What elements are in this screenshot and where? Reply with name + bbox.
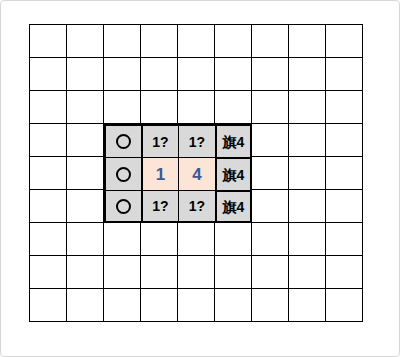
cell-value: 旗4 xyxy=(223,135,245,149)
cell-r1c9[interactable] xyxy=(326,25,363,58)
cell-r7c4[interactable] xyxy=(141,223,178,256)
cell-r5c7[interactable] xyxy=(252,157,289,190)
cell-r1c4[interactable] xyxy=(141,25,178,58)
cell-r9c9[interactable] xyxy=(326,289,363,322)
cell-r5c9[interactable] xyxy=(326,157,363,190)
cell-r6c1[interactable] xyxy=(30,190,67,223)
cell-r1c7[interactable] xyxy=(252,25,289,58)
cell-r8c1[interactable] xyxy=(30,256,67,289)
cell-r1c5[interactable] xyxy=(178,25,215,58)
cell-r4c2[interactable] xyxy=(67,124,104,157)
cell-r1c8[interactable] xyxy=(289,25,326,58)
circle-mark-icon xyxy=(116,199,131,214)
cell-r6c7[interactable] xyxy=(252,190,289,223)
cell-r9c3[interactable] xyxy=(104,289,141,322)
cell-r8c9[interactable] xyxy=(326,256,363,289)
cell-r4c9[interactable] xyxy=(326,124,363,157)
cell-value: 1? xyxy=(189,199,205,213)
cell-value: 1? xyxy=(189,135,205,149)
cell-value: 1? xyxy=(152,135,168,149)
cell-r3c9[interactable] xyxy=(326,91,363,124)
cell-value: 4 xyxy=(192,166,201,183)
candidate-cell[interactable]: 1? xyxy=(178,190,215,223)
candidate-cell[interactable]: 1? xyxy=(141,190,178,223)
cell-value: 1 xyxy=(156,166,165,183)
number-cell[interactable]: 4 xyxy=(178,157,215,190)
cell-r7c2[interactable] xyxy=(67,223,104,256)
cell-r1c2[interactable] xyxy=(67,25,104,58)
circle-cell[interactable] xyxy=(104,124,141,157)
cell-r3c4[interactable] xyxy=(141,91,178,124)
cell-r6c8[interactable] xyxy=(289,190,326,223)
cell-r2c8[interactable] xyxy=(289,58,326,91)
circle-cell[interactable] xyxy=(104,190,141,223)
circle-mark-icon xyxy=(116,134,131,149)
cell-r2c1[interactable] xyxy=(30,58,67,91)
cell-r2c3[interactable] xyxy=(104,58,141,91)
cell-r8c5[interactable] xyxy=(178,256,215,289)
candidate-cell[interactable]: 1? xyxy=(141,124,178,157)
cell-r6c2[interactable] xyxy=(67,190,104,223)
cell-r7c3[interactable] xyxy=(104,223,141,256)
cell-r4c8[interactable] xyxy=(289,124,326,157)
cell-r7c7[interactable] xyxy=(252,223,289,256)
circle-mark-icon xyxy=(116,167,131,182)
cell-r6c9[interactable] xyxy=(326,190,363,223)
cell-r7c6[interactable] xyxy=(215,223,252,256)
cell-r1c3[interactable] xyxy=(104,25,141,58)
cell-r9c8[interactable] xyxy=(289,289,326,322)
cell-r7c9[interactable] xyxy=(326,223,363,256)
cell-r1c6[interactable] xyxy=(215,25,252,58)
cell-r3c7[interactable] xyxy=(252,91,289,124)
cell-r3c8[interactable] xyxy=(289,91,326,124)
cell-r5c2[interactable] xyxy=(67,157,104,190)
cell-r8c8[interactable] xyxy=(289,256,326,289)
cell-r8c7[interactable] xyxy=(252,256,289,289)
cell-r1c1[interactable] xyxy=(30,25,67,58)
cell-r3c3[interactable] xyxy=(104,91,141,124)
cell-r3c1[interactable] xyxy=(30,91,67,124)
highlight-block: 1?1?旗414旗41?1?旗4 xyxy=(104,124,252,223)
cell-r3c2[interactable] xyxy=(67,91,104,124)
cell-r2c7[interactable] xyxy=(252,58,289,91)
cell-r9c6[interactable] xyxy=(215,289,252,322)
cell-r7c5[interactable] xyxy=(178,223,215,256)
cell-r3c5[interactable] xyxy=(178,91,215,124)
cell-r9c7[interactable] xyxy=(252,289,289,322)
cell-r9c1[interactable] xyxy=(30,289,67,322)
cell-value: 旗4 xyxy=(223,200,245,214)
flag-cell[interactable]: 旗4 xyxy=(215,157,252,190)
candidate-cell[interactable]: 1? xyxy=(178,124,215,157)
cell-r9c4[interactable] xyxy=(141,289,178,322)
cell-r2c5[interactable] xyxy=(178,58,215,91)
cell-r5c8[interactable] xyxy=(289,157,326,190)
cell-r4c1[interactable] xyxy=(30,124,67,157)
minesweeper-diagram-page: 1?1?旗414旗41?1?旗4 xyxy=(0,0,400,357)
cell-value: 1? xyxy=(152,199,168,213)
cell-r8c6[interactable] xyxy=(215,256,252,289)
cell-r9c5[interactable] xyxy=(178,289,215,322)
flag-cell[interactable]: 旗4 xyxy=(215,190,252,223)
number-cell[interactable]: 1 xyxy=(141,157,178,190)
cell-r8c4[interactable] xyxy=(141,256,178,289)
cell-r8c2[interactable] xyxy=(67,256,104,289)
cell-value: 旗4 xyxy=(223,168,245,182)
cell-r3c6[interactable] xyxy=(215,91,252,124)
cell-r2c4[interactable] xyxy=(141,58,178,91)
cell-r2c6[interactable] xyxy=(215,58,252,91)
cell-r7c8[interactable] xyxy=(289,223,326,256)
cell-r2c9[interactable] xyxy=(326,58,363,91)
cell-r5c1[interactable] xyxy=(30,157,67,190)
cell-r2c2[interactable] xyxy=(67,58,104,91)
cell-r4c7[interactable] xyxy=(252,124,289,157)
cell-r8c3[interactable] xyxy=(104,256,141,289)
circle-cell[interactable] xyxy=(104,157,141,190)
cell-r9c2[interactable] xyxy=(67,289,104,322)
flag-cell[interactable]: 旗4 xyxy=(215,124,252,157)
cell-r7c1[interactable] xyxy=(30,223,67,256)
